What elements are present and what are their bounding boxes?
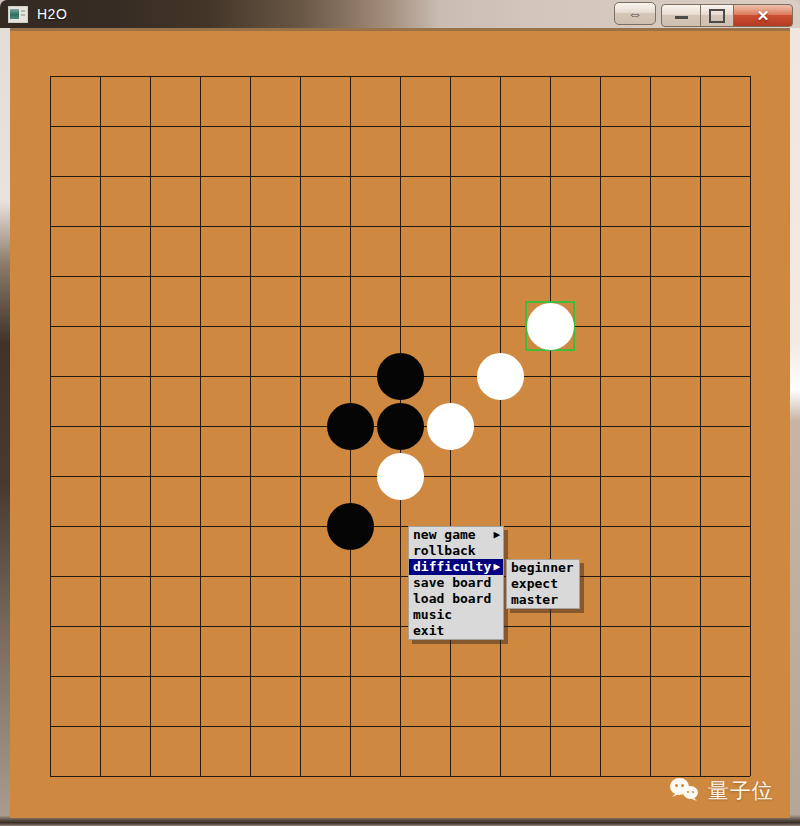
- menu-item-label: load board: [413, 591, 491, 607]
- stone-white: [477, 353, 524, 400]
- app-icon-picture: [10, 9, 19, 19]
- app-window: H2O ⇔ ✕ new game▶rollbackdifficulty▶save…: [0, 0, 800, 826]
- watermark-text: 量子位: [708, 777, 774, 805]
- minimize-icon: [675, 16, 688, 19]
- gomoku-board[interactable]: [25, 51, 775, 801]
- menu-item-label: exit: [413, 623, 444, 639]
- window-titlebar: H2O ⇔ ✕: [0, 0, 800, 28]
- stone-black: [377, 403, 424, 450]
- menu-item-new-game[interactable]: new game▶: [409, 527, 503, 543]
- submenu-item-label: master: [511, 592, 558, 608]
- app-icon-detail: [21, 10, 25, 12]
- flip-button[interactable]: ⇔: [614, 2, 656, 25]
- window-frame-right: [790, 28, 800, 815]
- difficulty-submenu: beginnerexpectmaster: [506, 559, 580, 609]
- submenu-item-beginner[interactable]: beginner: [507, 560, 579, 576]
- menu-item-exit[interactable]: exit: [409, 623, 503, 639]
- maximize-icon: [709, 9, 725, 23]
- stone-black: [327, 403, 374, 450]
- window-title: H2O: [37, 6, 67, 22]
- close-button[interactable]: ✕: [733, 4, 793, 27]
- context-menu: new game▶rollbackdifficulty▶save boardlo…: [408, 526, 504, 640]
- stone-white: [377, 453, 424, 500]
- submenu-item-expect[interactable]: expect: [507, 576, 579, 592]
- stone-black: [327, 503, 374, 550]
- app-icon-detail: [21, 14, 25, 16]
- menu-item-label: music: [413, 607, 452, 623]
- stone-white: [427, 403, 474, 450]
- menu-item-music[interactable]: music: [409, 607, 503, 623]
- stone-black: [377, 353, 424, 400]
- menu-item-rollback[interactable]: rollback: [409, 543, 503, 559]
- maximize-button[interactable]: [700, 4, 734, 27]
- menu-item-label: rollback: [413, 543, 476, 559]
- submenu-item-label: expect: [511, 576, 558, 592]
- menu-item-load-board[interactable]: load board: [409, 591, 503, 607]
- stone-white: [527, 303, 574, 350]
- submenu-item-master[interactable]: master: [507, 592, 579, 608]
- app-icon: [8, 6, 28, 23]
- menu-item-label: save board: [413, 575, 491, 591]
- menu-item-difficulty[interactable]: difficulty▶: [409, 559, 503, 575]
- window-frame-left: [0, 28, 10, 815]
- minimize-button[interactable]: [661, 4, 701, 27]
- menu-item-label: difficulty: [413, 559, 491, 575]
- submenu-arrow-icon: ▶: [493, 527, 500, 543]
- flip-arrows-icon: ⇔: [628, 5, 643, 22]
- submenu-item-label: beginner: [511, 560, 574, 576]
- menu-item-label: new game: [413, 527, 476, 543]
- submenu-arrow-icon: ▶: [493, 559, 500, 575]
- watermark: 量子位: [670, 777, 774, 805]
- game-area: new game▶rollbackdifficulty▶save boardlo…: [10, 28, 790, 818]
- menu-item-save-board[interactable]: save board: [409, 575, 503, 591]
- wechat-bubbles-icon: [670, 778, 702, 804]
- window-controls: ✕: [661, 2, 793, 25]
- close-icon: ✕: [757, 7, 770, 25]
